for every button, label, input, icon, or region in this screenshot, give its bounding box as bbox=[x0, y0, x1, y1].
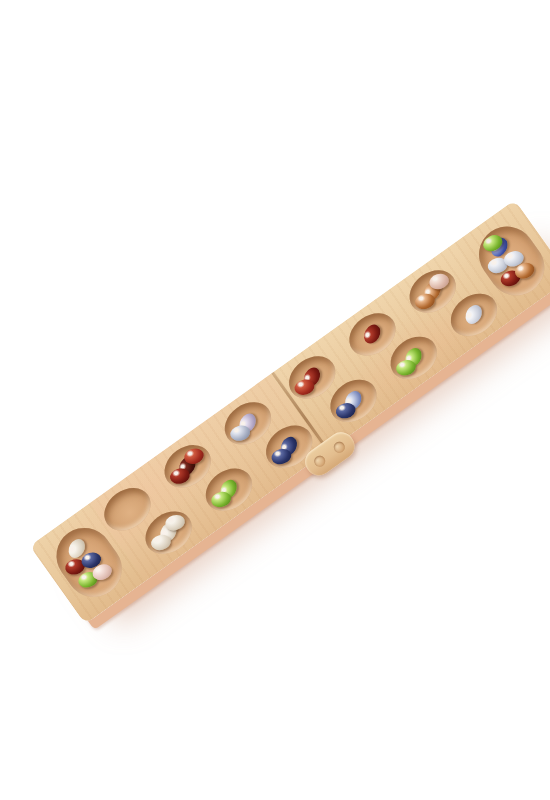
stone-green bbox=[394, 358, 417, 377]
mancala-board bbox=[30, 200, 550, 624]
stone-red bbox=[292, 378, 315, 397]
stone-silver-blue bbox=[228, 423, 251, 442]
stone-green bbox=[209, 490, 232, 509]
stone-navy bbox=[334, 401, 357, 420]
hinge-pin-icon bbox=[332, 440, 347, 455]
stone-clear bbox=[149, 533, 172, 552]
photo-background bbox=[0, 0, 550, 800]
hinge-pin-icon bbox=[312, 454, 327, 469]
stone-clear-silver bbox=[462, 302, 485, 327]
stone-dark-red bbox=[360, 322, 383, 347]
board-half-lower bbox=[89, 374, 325, 581]
stone-amber bbox=[413, 292, 436, 311]
stone-dark-red bbox=[168, 466, 191, 485]
board-half-upper bbox=[274, 243, 510, 450]
stone-navy bbox=[269, 447, 292, 466]
